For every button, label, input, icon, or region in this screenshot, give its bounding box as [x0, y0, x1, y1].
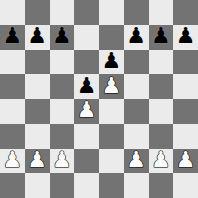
white-pawn: ♟ — [126, 149, 146, 171]
square-a6[interactable] — [0, 50, 25, 75]
black-pawn: ♟ — [102, 50, 122, 72]
square-e8[interactable] — [99, 0, 124, 25]
square-a4[interactable] — [0, 99, 25, 124]
black-pawn: ♟ — [52, 25, 72, 47]
square-d1[interactable] — [74, 173, 99, 198]
square-e5[interactable]: ♟ — [99, 74, 124, 99]
square-g6[interactable] — [149, 50, 174, 75]
square-f2[interactable]: ♟ — [124, 149, 149, 174]
square-e1[interactable] — [99, 173, 124, 198]
square-h2[interactable]: ♟ — [173, 149, 198, 174]
square-c5[interactable] — [50, 74, 75, 99]
square-h1[interactable] — [173, 173, 198, 198]
square-h6[interactable] — [173, 50, 198, 75]
square-h5[interactable] — [173, 74, 198, 99]
square-b5[interactable] — [25, 74, 50, 99]
square-a8[interactable] — [0, 0, 25, 25]
white-pawn: ♟ — [3, 149, 23, 171]
black-pawn: ♟ — [176, 25, 196, 47]
black-pawn: ♟ — [126, 25, 146, 47]
square-f6[interactable] — [124, 50, 149, 75]
black-pawn: ♟ — [77, 75, 97, 97]
square-c2[interactable]: ♟ — [50, 149, 75, 174]
square-h3[interactable] — [173, 124, 198, 149]
square-h7[interactable]: ♟ — [173, 25, 198, 50]
square-f1[interactable] — [124, 173, 149, 198]
square-g2[interactable]: ♟ — [149, 149, 174, 174]
square-a1[interactable] — [0, 173, 25, 198]
square-g5[interactable] — [149, 74, 174, 99]
square-b7[interactable]: ♟ — [25, 25, 50, 50]
square-g4[interactable] — [149, 99, 174, 124]
square-c1[interactable] — [50, 173, 75, 198]
square-b8[interactable] — [25, 0, 50, 25]
white-pawn: ♟ — [77, 99, 97, 121]
square-g7[interactable]: ♟ — [149, 25, 174, 50]
square-a5[interactable] — [0, 74, 25, 99]
square-a7[interactable]: ♟ — [0, 25, 25, 50]
square-c4[interactable] — [50, 99, 75, 124]
white-pawn: ♟ — [52, 149, 72, 171]
square-h4[interactable] — [173, 99, 198, 124]
square-f7[interactable]: ♟ — [124, 25, 149, 50]
square-a3[interactable] — [0, 124, 25, 149]
square-e2[interactable] — [99, 149, 124, 174]
square-e6[interactable]: ♟ — [99, 50, 124, 75]
square-h8[interactable] — [173, 0, 198, 25]
white-pawn: ♟ — [176, 149, 196, 171]
square-d7[interactable] — [74, 25, 99, 50]
square-f3[interactable] — [124, 124, 149, 149]
square-f8[interactable] — [124, 0, 149, 25]
square-e7[interactable] — [99, 25, 124, 50]
square-e4[interactable] — [99, 99, 124, 124]
square-c3[interactable] — [50, 124, 75, 149]
square-d8[interactable] — [74, 0, 99, 25]
square-b6[interactable] — [25, 50, 50, 75]
square-b4[interactable] — [25, 99, 50, 124]
square-f5[interactable] — [124, 74, 149, 99]
square-g8[interactable] — [149, 0, 174, 25]
square-e3[interactable] — [99, 124, 124, 149]
white-pawn: ♟ — [27, 149, 47, 171]
black-pawn: ♟ — [3, 25, 23, 47]
white-pawn: ♟ — [151, 149, 171, 171]
square-a2[interactable]: ♟ — [0, 149, 25, 174]
square-c8[interactable] — [50, 0, 75, 25]
square-g1[interactable] — [149, 173, 174, 198]
square-d6[interactable] — [74, 50, 99, 75]
chess-board: ♟♟♟♟♟♟♟♟♟♟♟♟♟♟♟♟ — [0, 0, 198, 198]
square-g3[interactable] — [149, 124, 174, 149]
square-b2[interactable]: ♟ — [25, 149, 50, 174]
black-pawn: ♟ — [151, 25, 171, 47]
square-d5[interactable]: ♟ — [74, 74, 99, 99]
square-d3[interactable] — [74, 124, 99, 149]
square-c6[interactable] — [50, 50, 75, 75]
square-d2[interactable] — [74, 149, 99, 174]
square-b1[interactable] — [25, 173, 50, 198]
square-b3[interactable] — [25, 124, 50, 149]
square-d4[interactable]: ♟ — [74, 99, 99, 124]
white-pawn: ♟ — [102, 75, 122, 97]
square-c7[interactable]: ♟ — [50, 25, 75, 50]
black-pawn: ♟ — [27, 25, 47, 47]
square-f4[interactable] — [124, 99, 149, 124]
